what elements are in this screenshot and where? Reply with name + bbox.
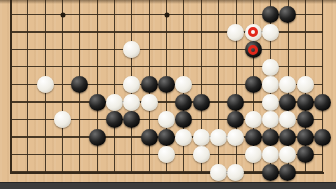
black-stone <box>279 164 296 181</box>
white-stone <box>123 76 140 93</box>
black-stone <box>245 129 262 146</box>
black-stone <box>262 164 279 181</box>
white-stone <box>227 164 244 181</box>
black-stone <box>175 111 192 128</box>
black-stone <box>89 129 106 146</box>
bottom-bar <box>0 182 336 189</box>
black-stone <box>89 94 106 111</box>
white-stone <box>210 129 227 146</box>
white-stone <box>227 24 244 41</box>
black-stone <box>279 6 296 23</box>
white-stone <box>245 111 262 128</box>
black-stone <box>245 76 262 93</box>
black-stone <box>158 76 175 93</box>
white-stone <box>193 146 210 163</box>
white-stone <box>245 146 262 163</box>
black-stone <box>262 129 279 146</box>
black-stone <box>158 129 175 146</box>
black-stone <box>297 94 314 111</box>
white-stone <box>141 94 158 111</box>
white-stone <box>262 146 279 163</box>
black-stone <box>141 129 158 146</box>
white-stone <box>262 111 279 128</box>
white-stone <box>123 94 140 111</box>
black-stone <box>141 76 158 93</box>
black-stone <box>193 94 210 111</box>
white-stone <box>262 24 279 41</box>
white-stone <box>279 111 296 128</box>
black-stone <box>227 94 244 111</box>
last-move-marker <box>248 45 258 55</box>
black-stone <box>314 94 331 111</box>
white-stone <box>106 94 123 111</box>
black-stone <box>227 111 244 128</box>
white-stone <box>279 76 296 93</box>
white-stone <box>37 76 54 93</box>
white-stone <box>279 146 296 163</box>
black-stone <box>71 76 88 93</box>
go-app-window <box>0 0 336 189</box>
white-stone <box>123 41 140 58</box>
black-stone <box>297 111 314 128</box>
last-move-marker <box>248 27 258 37</box>
white-stone <box>297 76 314 93</box>
white-stone <box>245 24 262 41</box>
white-stone <box>210 164 227 181</box>
black-stone <box>106 111 123 128</box>
white-stone <box>158 111 175 128</box>
white-stone <box>262 94 279 111</box>
white-stone <box>262 59 279 76</box>
black-stone <box>297 129 314 146</box>
black-stone <box>279 129 296 146</box>
white-stone <box>175 76 192 93</box>
white-stone <box>227 129 244 146</box>
black-stone <box>279 94 296 111</box>
black-stone <box>262 6 279 23</box>
black-stone <box>314 129 331 146</box>
white-stone <box>175 129 192 146</box>
black-stone <box>245 41 262 58</box>
white-stone <box>262 76 279 93</box>
white-stone <box>193 129 210 146</box>
white-stone <box>158 146 175 163</box>
black-stone <box>175 94 192 111</box>
black-stone <box>123 111 140 128</box>
go-board-surface[interactable] <box>2 6 332 181</box>
black-stone <box>297 146 314 163</box>
white-stone <box>54 111 71 128</box>
